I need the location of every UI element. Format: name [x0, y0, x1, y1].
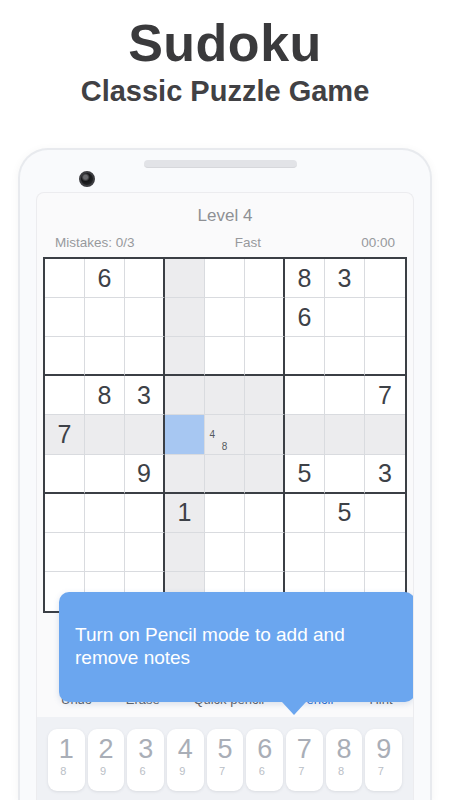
cell-r2c3[interactable] — [125, 298, 165, 337]
numpad-key-1[interactable]: 18 — [48, 729, 85, 791]
cell-r7c2[interactable] — [85, 494, 125, 533]
sudoku-grid[interactable]: 683683774895315 — [43, 257, 407, 613]
cell-r1c4[interactable] — [165, 259, 205, 298]
numpad-key-5[interactable]: 57 — [207, 729, 244, 791]
cell-r5c1[interactable]: 7 — [45, 415, 85, 454]
tooltip-text: Turn on Pencil mode to add and remove no… — [75, 624, 345, 668]
grid-wrap: 683683774895315 — [43, 257, 407, 613]
cell-r1c2[interactable]: 6 — [85, 259, 125, 298]
cell-r2c9[interactable] — [365, 298, 405, 337]
cell-r3c9[interactable] — [365, 337, 405, 376]
level-label: Level 4 — [37, 206, 413, 226]
cell-r5c9[interactable] — [365, 415, 405, 454]
key-remaining-count: 6 — [259, 764, 265, 778]
numpad-key-6[interactable]: 66 — [246, 729, 283, 791]
cell-r1c5[interactable] — [205, 259, 245, 298]
cell-r7c5[interactable] — [205, 494, 245, 533]
phone-frame: Level 4 Mistakes: 0/3 Fast 00:00 6836837… — [18, 148, 432, 800]
key-digit: 2 — [98, 734, 113, 764]
cell-r4c2[interactable]: 8 — [85, 376, 125, 415]
cell-r8c7[interactable] — [285, 533, 325, 572]
cell-r2c6[interactable] — [245, 298, 285, 337]
cell-r3c8[interactable] — [325, 337, 365, 376]
difficulty-label: Fast — [235, 235, 261, 250]
cell-r7c8[interactable]: 5 — [325, 494, 365, 533]
cell-r6c6[interactable] — [245, 455, 285, 494]
numpad-key-8[interactable]: 88 — [326, 729, 363, 791]
cell-r8c4[interactable] — [165, 533, 205, 572]
app-subtitle: Classic Puzzle Game — [0, 75, 450, 108]
key-digit: 3 — [138, 734, 153, 764]
cell-r7c1[interactable] — [45, 494, 85, 533]
numpad-key-2[interactable]: 29 — [88, 729, 125, 791]
game-screen: Level 4 Mistakes: 0/3 Fast 00:00 6836837… — [36, 192, 414, 800]
cell-r5c4[interactable] — [165, 415, 205, 454]
cell-r3c1[interactable] — [45, 337, 85, 376]
cell-r6c1[interactable] — [45, 455, 85, 494]
cell-r8c8[interactable] — [325, 533, 365, 572]
cell-r5c3[interactable] — [125, 415, 165, 454]
tooltip-tail — [282, 702, 306, 715]
cell-r8c3[interactable] — [125, 533, 165, 572]
cell-r1c8[interactable]: 3 — [325, 259, 365, 298]
cell-r6c5[interactable] — [205, 455, 245, 494]
cell-r2c5[interactable] — [205, 298, 245, 337]
cell-r1c9[interactable] — [365, 259, 405, 298]
cell-r1c3[interactable] — [125, 259, 165, 298]
key-remaining-count: 7 — [219, 764, 225, 778]
key-remaining-count: 7 — [298, 764, 304, 778]
key-digit: 4 — [178, 734, 193, 764]
cell-r3c6[interactable] — [245, 337, 285, 376]
cell-r8c9[interactable] — [365, 533, 405, 572]
key-digit: 8 — [337, 734, 352, 764]
cell-r1c7[interactable]: 8 — [285, 259, 325, 298]
speaker-grille — [144, 160, 297, 168]
cell-r7c7[interactable] — [285, 494, 325, 533]
numpad-strip: 182936495766778897 — [37, 717, 413, 800]
cell-r6c9[interactable]: 3 — [365, 455, 405, 494]
cell-r6c4[interactable] — [165, 455, 205, 494]
cell-r3c5[interactable] — [205, 337, 245, 376]
tooltip: Turn on Pencil mode to add and remove no… — [59, 592, 414, 702]
cell-r8c1[interactable] — [45, 533, 85, 572]
mistakes-label: Mistakes: 0/3 — [55, 235, 135, 250]
app-title: Sudoku — [0, 16, 450, 71]
camera-dot — [79, 171, 95, 187]
numpad-key-9[interactable]: 97 — [365, 729, 402, 791]
cell-r6c3[interactable]: 9 — [125, 455, 165, 494]
cell-r6c7[interactable]: 5 — [285, 455, 325, 494]
cell-r1c6[interactable] — [245, 259, 285, 298]
key-digit: 6 — [257, 734, 272, 764]
cell-r5c7[interactable] — [285, 415, 325, 454]
key-remaining-count: 7 — [378, 764, 384, 778]
cell-r2c7[interactable]: 6 — [285, 298, 325, 337]
cell-r8c6[interactable] — [245, 533, 285, 572]
cell-r3c3[interactable] — [125, 337, 165, 376]
cell-r7c4[interactable]: 1 — [165, 494, 205, 533]
key-digit: 9 — [376, 734, 391, 764]
cell-r5c6[interactable] — [245, 415, 285, 454]
cell-r2c8[interactable] — [325, 298, 365, 337]
cell-r6c2[interactable] — [85, 455, 125, 494]
pencil-notes: 48 — [206, 416, 243, 452]
cell-r2c1[interactable] — [45, 298, 85, 337]
cell-r4c3[interactable]: 3 — [125, 376, 165, 415]
cell-r4c9[interactable]: 7 — [365, 376, 405, 415]
cell-r8c5[interactable] — [205, 533, 245, 572]
numpad-key-7[interactable]: 77 — [286, 729, 323, 791]
cell-r7c9[interactable] — [365, 494, 405, 533]
status-bar: Mistakes: 0/3 Fast 00:00 — [37, 235, 413, 250]
cell-r8c2[interactable] — [85, 533, 125, 572]
key-remaining-count: 9 — [179, 764, 185, 778]
numpad: 182936495766778897 — [37, 717, 413, 791]
key-digit: 7 — [297, 734, 312, 764]
cell-r3c2[interactable] — [85, 337, 125, 376]
key-remaining-count: 8 — [60, 764, 66, 778]
key-digit: 1 — [59, 734, 74, 764]
cell-r3c4[interactable] — [165, 337, 205, 376]
key-digit: 5 — [218, 734, 233, 764]
cell-r2c4[interactable] — [165, 298, 205, 337]
cell-r2c2[interactable] — [85, 298, 125, 337]
cell-r5c8[interactable] — [325, 415, 365, 454]
cell-r7c6[interactable] — [245, 494, 285, 533]
page: Sudoku Classic Puzzle Game Level 4 Mista… — [0, 0, 450, 800]
cell-r1c1[interactable] — [45, 259, 85, 298]
cell-r4c8[interactable] — [325, 376, 365, 415]
cell-r4c1[interactable] — [45, 376, 85, 415]
cell-r7c3[interactable] — [125, 494, 165, 533]
key-remaining-count: 6 — [140, 764, 146, 778]
cell-r3c7[interactable] — [285, 337, 325, 376]
numpad-key-4[interactable]: 49 — [167, 729, 204, 791]
cell-r4c6[interactable] — [245, 376, 285, 415]
cell-r5c5[interactable]: 48 — [205, 415, 245, 454]
cell-r4c5[interactable] — [205, 376, 245, 415]
cell-r4c7[interactable] — [285, 376, 325, 415]
numpad-key-3[interactable]: 36 — [127, 729, 164, 791]
key-remaining-count: 8 — [338, 764, 344, 778]
cell-r5c2[interactable] — [85, 415, 125, 454]
key-remaining-count: 9 — [100, 764, 106, 778]
timer-label: 00:00 — [361, 235, 395, 250]
cell-r6c8[interactable] — [325, 455, 365, 494]
cell-r4c4[interactable] — [165, 376, 205, 415]
store-header: Sudoku Classic Puzzle Game — [0, 0, 450, 108]
